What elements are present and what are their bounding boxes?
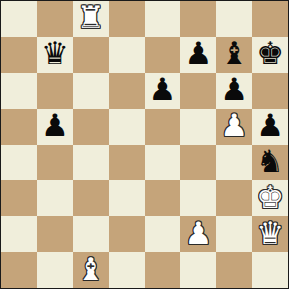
piece-white-rook-c8[interactable]: ♜ xyxy=(77,2,105,33)
square-e8[interactable] xyxy=(145,1,181,37)
square-a6[interactable] xyxy=(1,73,37,109)
square-f2[interactable]: ♟ xyxy=(180,216,216,252)
square-a3[interactable] xyxy=(1,180,37,216)
square-h4[interactable]: ♞ xyxy=(252,145,288,181)
square-c6[interactable] xyxy=(73,73,109,109)
piece-black-bishop-g7[interactable]: ♝ xyxy=(220,38,248,69)
square-c3[interactable] xyxy=(73,180,109,216)
square-f8[interactable] xyxy=(180,1,216,37)
square-f5[interactable] xyxy=(180,109,216,145)
square-b6[interactable] xyxy=(37,73,73,109)
square-h2[interactable]: ♛ xyxy=(252,216,288,252)
square-c4[interactable] xyxy=(73,145,109,181)
square-g4[interactable] xyxy=(216,145,252,181)
square-e6[interactable]: ♟ xyxy=(145,73,181,109)
piece-black-king-h7[interactable]: ♚ xyxy=(256,38,284,69)
square-d8[interactable] xyxy=(109,1,145,37)
square-a5[interactable] xyxy=(1,109,37,145)
square-f6[interactable] xyxy=(180,73,216,109)
square-e2[interactable] xyxy=(145,216,181,252)
piece-black-pawn-g6[interactable]: ♟ xyxy=(220,74,248,105)
square-d4[interactable] xyxy=(109,145,145,181)
square-f7[interactable]: ♟ xyxy=(180,37,216,73)
piece-black-pawn-h5[interactable]: ♟ xyxy=(256,110,284,141)
square-a2[interactable] xyxy=(1,216,37,252)
square-a1[interactable] xyxy=(1,252,37,288)
square-c2[interactable] xyxy=(73,216,109,252)
square-e5[interactable] xyxy=(145,109,181,145)
square-b7[interactable]: ♛ xyxy=(37,37,73,73)
square-e7[interactable] xyxy=(145,37,181,73)
square-b4[interactable] xyxy=(37,145,73,181)
piece-white-pawn-g5[interactable]: ♟ xyxy=(220,110,248,141)
square-d5[interactable] xyxy=(109,109,145,145)
square-g3[interactable] xyxy=(216,180,252,216)
square-d6[interactable] xyxy=(109,73,145,109)
square-f1[interactable] xyxy=(180,252,216,288)
square-d7[interactable] xyxy=(109,37,145,73)
piece-white-pawn-f2[interactable]: ♟ xyxy=(184,218,212,249)
square-c1[interactable]: ♝ xyxy=(73,252,109,288)
square-d3[interactable] xyxy=(109,180,145,216)
square-g2[interactable] xyxy=(216,216,252,252)
square-c5[interactable] xyxy=(73,109,109,145)
square-a4[interactable] xyxy=(1,145,37,181)
square-g7[interactable]: ♝ xyxy=(216,37,252,73)
square-d2[interactable] xyxy=(109,216,145,252)
square-h3[interactable]: ♚ xyxy=(252,180,288,216)
square-h8[interactable] xyxy=(252,1,288,37)
square-e3[interactable] xyxy=(145,180,181,216)
square-c8[interactable]: ♜ xyxy=(73,1,109,37)
square-h5[interactable]: ♟ xyxy=(252,109,288,145)
square-g8[interactable] xyxy=(216,1,252,37)
piece-black-pawn-e6[interactable]: ♟ xyxy=(149,74,177,105)
square-g6[interactable]: ♟ xyxy=(216,73,252,109)
square-e1[interactable] xyxy=(145,252,181,288)
square-b8[interactable] xyxy=(37,1,73,37)
square-h1[interactable] xyxy=(252,252,288,288)
square-b1[interactable] xyxy=(37,252,73,288)
piece-black-pawn-b5[interactable]: ♟ xyxy=(41,110,69,141)
square-h7[interactable]: ♚ xyxy=(252,37,288,73)
square-b2[interactable] xyxy=(37,216,73,252)
square-h6[interactable] xyxy=(252,73,288,109)
square-f3[interactable] xyxy=(180,180,216,216)
piece-black-pawn-f7[interactable]: ♟ xyxy=(184,38,212,69)
square-a8[interactable] xyxy=(1,1,37,37)
chess-board-frame: ♜♛♟♝♚♟♟♟♟♟♞♚♟♛♝ xyxy=(0,0,289,289)
piece-white-queen-h2[interactable]: ♛ xyxy=(256,218,284,249)
square-b3[interactable] xyxy=(37,180,73,216)
square-e4[interactable] xyxy=(145,145,181,181)
square-g1[interactable] xyxy=(216,252,252,288)
piece-black-knight-h4[interactable]: ♞ xyxy=(256,146,284,177)
square-g5[interactable]: ♟ xyxy=(216,109,252,145)
square-a7[interactable] xyxy=(1,37,37,73)
piece-white-bishop-c1[interactable]: ♝ xyxy=(77,254,105,285)
piece-black-queen-b7[interactable]: ♛ xyxy=(41,38,69,69)
square-b5[interactable]: ♟ xyxy=(37,109,73,145)
square-f4[interactable] xyxy=(180,145,216,181)
chess-board: ♜♛♟♝♚♟♟♟♟♟♞♚♟♛♝ xyxy=(1,1,288,288)
piece-white-king-h3[interactable]: ♚ xyxy=(256,182,284,213)
square-d1[interactable] xyxy=(109,252,145,288)
square-c7[interactable] xyxy=(73,37,109,73)
